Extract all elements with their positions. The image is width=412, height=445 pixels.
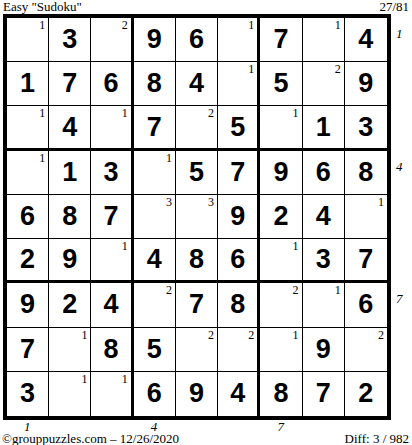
cell-r7c4[interactable]: 2 bbox=[134, 283, 176, 327]
cell-r7c3[interactable]: 4 bbox=[91, 283, 133, 327]
pencil-mark: 1 bbox=[122, 240, 128, 252]
cell-r3c7[interactable]: 1 bbox=[260, 106, 302, 150]
given-digit: 7 bbox=[62, 70, 77, 97]
progress-counter: 27/81 bbox=[379, 0, 409, 15]
pencil-mark: 2 bbox=[122, 19, 128, 31]
cell-r3c9[interactable]: 3 bbox=[345, 106, 387, 150]
cell-r4c8[interactable]: 6 bbox=[303, 151, 345, 195]
given-digit: 4 bbox=[147, 246, 162, 273]
given-digit: 6 bbox=[230, 246, 245, 273]
given-digit: 1 bbox=[20, 70, 35, 97]
given-digit: 8 bbox=[147, 70, 162, 97]
cell-r7c9[interactable]: 6 bbox=[345, 283, 387, 327]
cell-r1c4[interactable]: 9 bbox=[134, 18, 176, 62]
cell-r6c8[interactable]: 3 bbox=[303, 239, 345, 283]
col-label-7: 7 bbox=[277, 420, 284, 433]
given-digit: 4 bbox=[62, 114, 77, 141]
given-digit: 4 bbox=[358, 26, 373, 53]
given-digit: 6 bbox=[20, 203, 35, 230]
pencil-mark: 1 bbox=[81, 373, 87, 385]
given-digit: 7 bbox=[230, 159, 245, 186]
cell-r8c5[interactable]: 2 bbox=[176, 328, 218, 372]
given-digit: 9 bbox=[230, 203, 245, 230]
cell-r8c9[interactable]: 2 bbox=[345, 328, 387, 372]
given-digit: 5 bbox=[273, 70, 288, 97]
pencil-mark: 1 bbox=[293, 107, 299, 119]
pencil-mark: 1 bbox=[248, 19, 254, 31]
given-digit: 5 bbox=[147, 336, 162, 363]
pencil-mark: 1 bbox=[81, 329, 87, 341]
cell-r3c3[interactable]: 1 bbox=[91, 106, 133, 150]
cell-r7c2[interactable]: 2 bbox=[49, 283, 91, 327]
pencil-mark: 2 bbox=[335, 63, 341, 75]
cell-r1c2[interactable]: 3 bbox=[49, 18, 91, 62]
cell-r5c8[interactable]: 4 bbox=[303, 195, 345, 239]
cell-r6c9[interactable]: 7 bbox=[345, 239, 387, 283]
cell-r8c7[interactable]: 1 bbox=[260, 328, 302, 372]
given-digit: 8 bbox=[273, 380, 288, 407]
cell-r4c9[interactable]: 8 bbox=[345, 151, 387, 195]
cell-r3c2[interactable]: 4 bbox=[49, 106, 91, 150]
cell-r4c5[interactable]: 5 bbox=[176, 151, 218, 195]
pencil-mark: 2 bbox=[166, 284, 172, 296]
cell-r1c1[interactable]: 1 bbox=[7, 18, 49, 62]
cell-r2c3[interactable]: 6 bbox=[91, 62, 133, 106]
cell-r7c5[interactable]: 7 bbox=[176, 283, 218, 327]
given-digit: 4 bbox=[189, 70, 204, 97]
row-label-4: 4 bbox=[396, 160, 403, 173]
row-label-7: 7 bbox=[396, 292, 403, 305]
cell-r9c8[interactable]: 7 bbox=[303, 372, 345, 416]
given-digit: 7 bbox=[358, 246, 373, 273]
cell-r2c6[interactable]: 1 bbox=[218, 62, 260, 106]
cell-r4c2[interactable]: 1 bbox=[49, 151, 91, 195]
pencil-mark: 2 bbox=[248, 329, 254, 341]
cell-r2c5[interactable]: 4 bbox=[176, 62, 218, 106]
cell-r8c4[interactable]: 5 bbox=[134, 328, 176, 372]
cell-r3c8[interactable]: 1 bbox=[303, 106, 345, 150]
given-digit: 2 bbox=[20, 246, 35, 273]
given-digit: 5 bbox=[189, 159, 204, 186]
pencil-mark: 1 bbox=[122, 107, 128, 119]
cell-r9c3[interactable]: 1 bbox=[91, 372, 133, 416]
given-digit: 3 bbox=[20, 380, 35, 407]
pencil-mark: 1 bbox=[335, 284, 341, 296]
cell-r8c8[interactable]: 9 bbox=[303, 328, 345, 372]
pencil-mark: 1 bbox=[166, 152, 172, 164]
given-digit: 2 bbox=[273, 203, 288, 230]
given-digit: 7 bbox=[104, 203, 119, 230]
difficulty-text: Diff: 3 / 982 bbox=[345, 431, 409, 445]
given-digit: 4 bbox=[104, 291, 119, 318]
pencil-mark: 2 bbox=[378, 329, 384, 341]
given-digit: 9 bbox=[62, 246, 77, 273]
given-digit: 2 bbox=[358, 380, 373, 407]
pencil-mark: 2 bbox=[208, 329, 214, 341]
given-digit: 6 bbox=[104, 70, 119, 97]
given-digit: 5 bbox=[230, 114, 245, 141]
given-digit: 9 bbox=[358, 70, 373, 97]
given-digit: 7 bbox=[20, 336, 35, 363]
cell-r3c1[interactable]: 1 bbox=[7, 106, 49, 150]
given-digit: 9 bbox=[316, 336, 331, 363]
pencil-mark: 1 bbox=[39, 107, 45, 119]
given-digit: 8 bbox=[62, 203, 77, 230]
given-digit: 7 bbox=[189, 291, 204, 318]
cell-r9c5[interactable]: 9 bbox=[176, 372, 218, 416]
cell-r4c1[interactable]: 1 bbox=[7, 151, 49, 195]
cell-r7c1[interactable]: 9 bbox=[7, 283, 49, 327]
cell-r2c8[interactable]: 2 bbox=[303, 62, 345, 106]
cell-r1c6[interactable]: 1 bbox=[218, 18, 260, 62]
given-digit: 8 bbox=[104, 336, 119, 363]
cell-r4c6[interactable]: 7 bbox=[218, 151, 260, 195]
cell-r5c7[interactable]: 2 bbox=[260, 195, 302, 239]
cell-r1c7[interactable]: 7 bbox=[260, 18, 302, 62]
copyright-text: ©grouppuzzles.com – 12/26/2020 bbox=[2, 431, 179, 445]
pencil-mark: 1 bbox=[293, 329, 299, 341]
given-digit: 4 bbox=[316, 203, 331, 230]
cell-r6c4[interactable]: 4 bbox=[134, 239, 176, 283]
cell-r1c3[interactable]: 2 bbox=[91, 18, 133, 62]
row-label-1: 1 bbox=[396, 27, 403, 40]
given-digit: 3 bbox=[358, 114, 373, 141]
sudoku-board: 1329617141768415291417251131131579686873… bbox=[3, 14, 391, 420]
cell-r3c6[interactable]: 5 bbox=[218, 106, 260, 150]
cell-r3c4[interactable]: 7 bbox=[134, 106, 176, 150]
page-title: Easy "Sudoku" bbox=[3, 0, 82, 15]
cell-r9c1[interactable]: 3 bbox=[7, 372, 49, 416]
cell-r5c4[interactable]: 3 bbox=[134, 195, 176, 239]
cell-r6c5[interactable]: 8 bbox=[176, 239, 218, 283]
given-digit: 6 bbox=[358, 291, 373, 318]
given-digit: 6 bbox=[189, 26, 204, 53]
cell-r1c8[interactable]: 1 bbox=[303, 18, 345, 62]
given-digit: 3 bbox=[104, 159, 119, 186]
given-digit: 3 bbox=[62, 26, 77, 53]
cell-r1c5[interactable]: 6 bbox=[176, 18, 218, 62]
cell-r5c9[interactable]: 1 bbox=[345, 195, 387, 239]
cell-r6c7[interactable]: 1 bbox=[260, 239, 302, 283]
cell-r9c2[interactable]: 1 bbox=[49, 372, 91, 416]
given-digit: 2 bbox=[62, 291, 77, 318]
given-digit: 1 bbox=[316, 114, 331, 141]
given-digit: 1 bbox=[62, 159, 77, 186]
given-digit: 8 bbox=[189, 246, 204, 273]
cell-r7c6[interactable]: 8 bbox=[218, 283, 260, 327]
cell-r6c3[interactable]: 1 bbox=[91, 239, 133, 283]
cell-r9c9[interactable]: 2 bbox=[345, 372, 387, 416]
pencil-mark: 1 bbox=[378, 196, 384, 208]
given-digit: 9 bbox=[20, 291, 35, 318]
cell-r2c1[interactable]: 1 bbox=[7, 62, 49, 106]
pencil-mark: 3 bbox=[166, 196, 172, 208]
given-digit: 3 bbox=[316, 246, 331, 273]
given-digit: 7 bbox=[273, 26, 288, 53]
given-digit: 9 bbox=[189, 380, 204, 407]
cell-r5c5[interactable]: 3 bbox=[176, 195, 218, 239]
pencil-mark: 1 bbox=[39, 152, 45, 164]
cell-r4c3[interactable]: 3 bbox=[91, 151, 133, 195]
given-digit: 8 bbox=[230, 291, 245, 318]
pencil-mark: 2 bbox=[293, 284, 299, 296]
pencil-mark: 2 bbox=[208, 107, 214, 119]
given-digit: 8 bbox=[358, 159, 373, 186]
cell-r6c1[interactable]: 2 bbox=[7, 239, 49, 283]
given-digit: 7 bbox=[147, 114, 162, 141]
pencil-mark: 1 bbox=[293, 240, 299, 252]
cell-r6c2[interactable]: 9 bbox=[49, 239, 91, 283]
cell-r7c8[interactable]: 1 bbox=[303, 283, 345, 327]
given-digit: 4 bbox=[230, 380, 245, 407]
pencil-mark: 1 bbox=[39, 19, 45, 31]
given-digit: 6 bbox=[316, 159, 331, 186]
cell-r5c6[interactable]: 9 bbox=[218, 195, 260, 239]
cell-r2c4[interactable]: 8 bbox=[134, 62, 176, 106]
cell-r5c1[interactable]: 6 bbox=[7, 195, 49, 239]
given-digit: 9 bbox=[147, 26, 162, 53]
pencil-mark: 3 bbox=[208, 196, 214, 208]
cell-r8c6[interactable]: 2 bbox=[218, 328, 260, 372]
given-digit: 9 bbox=[273, 159, 288, 186]
cell-r9c4[interactable]: 6 bbox=[134, 372, 176, 416]
cell-r3c5[interactable]: 2 bbox=[176, 106, 218, 150]
cell-r4c7[interactable]: 9 bbox=[260, 151, 302, 195]
cell-r2c9[interactable]: 9 bbox=[345, 62, 387, 106]
cell-r2c2[interactable]: 7 bbox=[49, 62, 91, 106]
cell-r8c3[interactable]: 8 bbox=[91, 328, 133, 372]
cell-r7c7[interactable]: 2 bbox=[260, 283, 302, 327]
cell-r5c2[interactable]: 8 bbox=[49, 195, 91, 239]
cell-r8c1[interactable]: 7 bbox=[7, 328, 49, 372]
pencil-mark: 1 bbox=[248, 63, 254, 75]
cell-r9c6[interactable]: 4 bbox=[218, 372, 260, 416]
pencil-mark: 1 bbox=[335, 19, 341, 31]
cell-r4c4[interactable]: 1 bbox=[134, 151, 176, 195]
cell-r9c7[interactable]: 8 bbox=[260, 372, 302, 416]
cell-r5c3[interactable]: 7 bbox=[91, 195, 133, 239]
pencil-mark: 1 bbox=[122, 373, 128, 385]
cell-r2c7[interactable]: 5 bbox=[260, 62, 302, 106]
given-digit: 7 bbox=[316, 380, 331, 407]
given-digit: 6 bbox=[147, 380, 162, 407]
cell-r8c2[interactable]: 1 bbox=[49, 328, 91, 372]
cell-r1c9[interactable]: 4 bbox=[345, 18, 387, 62]
cell-r6c6[interactable]: 6 bbox=[218, 239, 260, 283]
